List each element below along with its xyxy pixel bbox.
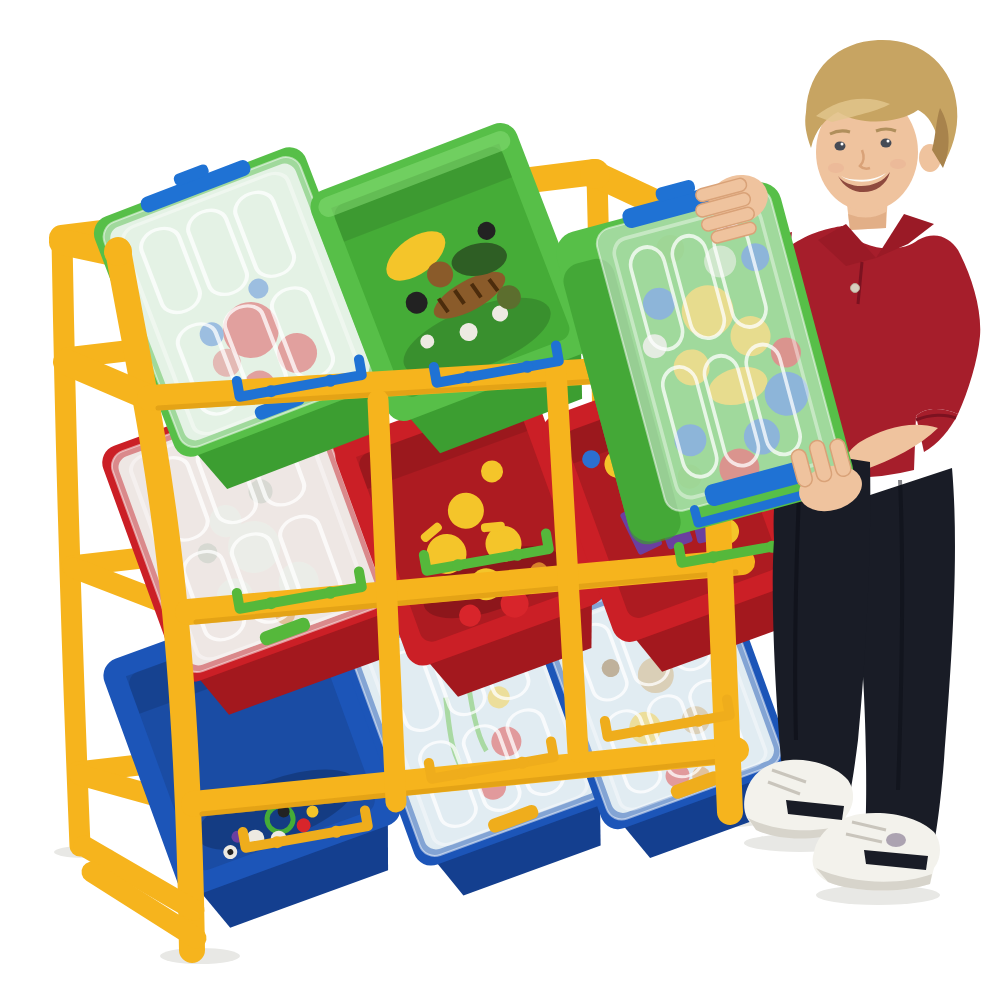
- rear-left-post: [62, 238, 80, 846]
- child-head: [805, 40, 957, 211]
- photo-canvas: [0, 0, 1000, 1000]
- child-eye-left: [835, 142, 846, 151]
- child-eye-right: [881, 139, 892, 148]
- child-button: [851, 284, 860, 293]
- product-photo: [0, 0, 1000, 1000]
